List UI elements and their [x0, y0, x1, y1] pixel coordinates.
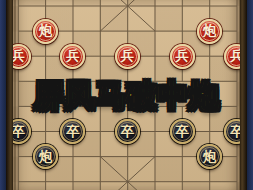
- red-soldier[interactable]: 兵: [60, 44, 85, 69]
- piece-glyph: 兵: [121, 49, 135, 63]
- red-cannon[interactable]: 炮: [33, 19, 58, 44]
- black-soldier[interactable]: 卒: [60, 119, 85, 144]
- piece-glyph: 炮: [39, 24, 53, 38]
- piece-glyph: 兵: [66, 49, 80, 63]
- board-frame-left: [6, 0, 13, 190]
- piece-glyph: 卒: [121, 124, 135, 138]
- red-cannon[interactable]: 炮: [197, 19, 222, 44]
- piece-glyph: 炮: [203, 149, 217, 163]
- black-cannon[interactable]: 炮: [197, 144, 222, 169]
- caption-text: 屏风马破中炮: [34, 79, 220, 112]
- video-frame: 炮炮兵兵兵兵兵卒卒卒卒卒炮炮 屏风马破中炮: [0, 0, 253, 190]
- piece-glyph: 卒: [175, 124, 189, 138]
- piece-glyph: 兵: [175, 49, 189, 63]
- right-letterbox-bar: [247, 0, 253, 190]
- piece-glyph: 兵: [12, 49, 26, 63]
- black-soldier[interactable]: 卒: [170, 119, 195, 144]
- piece-glyph: 炮: [39, 149, 53, 163]
- piece-glyph: 炮: [203, 24, 217, 38]
- red-soldier[interactable]: 兵: [170, 44, 195, 69]
- board-frame-right: [240, 0, 247, 190]
- red-soldier[interactable]: 兵: [115, 44, 140, 69]
- piece-glyph: 卒: [66, 124, 80, 138]
- piece-glyph: 卒: [12, 124, 26, 138]
- black-soldier[interactable]: 卒: [115, 119, 140, 144]
- black-cannon[interactable]: 炮: [33, 144, 58, 169]
